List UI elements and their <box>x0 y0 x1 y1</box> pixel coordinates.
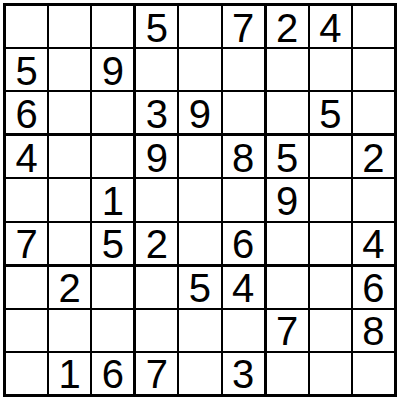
cell-r6c9: 4 <box>353 223 394 264</box>
cell-r6c4: 2 <box>136 223 177 264</box>
cell-r4c3[interactable] <box>92 136 133 177</box>
cell-r2c7[interactable] <box>267 49 308 90</box>
given-digit: 5 <box>276 138 298 178</box>
cell-r6c8[interactable] <box>310 223 351 264</box>
cell-r3c8: 5 <box>310 92 351 133</box>
given-digit: 4 <box>319 8 341 48</box>
cell-r1c4: 5 <box>136 6 177 47</box>
cell-r9c5[interactable] <box>179 353 220 394</box>
cell-r4c4: 9 <box>136 136 177 177</box>
given-digit: 6 <box>232 224 254 264</box>
given-digit: 2 <box>276 8 298 48</box>
cell-r3c6[interactable] <box>223 92 264 133</box>
given-digit: 4 <box>15 138 37 178</box>
given-digit: 5 <box>319 94 341 134</box>
cell-r9c2: 1 <box>49 353 90 394</box>
cell-r1c1[interactable] <box>6 6 47 47</box>
cell-r5c5[interactable] <box>179 179 220 220</box>
cell-r7c6: 4 <box>223 267 264 308</box>
cell-r8c6[interactable] <box>223 310 264 351</box>
given-digit: 2 <box>146 224 168 264</box>
cell-r7c4[interactable] <box>136 267 177 308</box>
cell-r5c7: 9 <box>267 179 308 220</box>
given-digit: 8 <box>362 311 384 351</box>
cell-r7c7[interactable] <box>267 267 308 308</box>
cell-r8c5[interactable] <box>179 310 220 351</box>
cell-r8c3[interactable] <box>92 310 133 351</box>
cell-r6c7[interactable] <box>267 223 308 264</box>
cell-r3c9[interactable] <box>353 92 394 133</box>
cell-r4c9: 2 <box>353 136 394 177</box>
given-digit: 4 <box>362 224 384 264</box>
cell-r2c5[interactable] <box>179 49 220 90</box>
cell-r1c8: 4 <box>310 6 351 47</box>
cell-r3c7[interactable] <box>267 92 308 133</box>
given-digit: 3 <box>232 354 254 394</box>
cell-r5c3: 1 <box>92 179 133 220</box>
given-digit: 6 <box>15 94 37 134</box>
cell-r9c4: 7 <box>136 353 177 394</box>
given-digit: 5 <box>102 224 124 264</box>
cell-r5c8[interactable] <box>310 179 351 220</box>
given-digit: 7 <box>276 311 298 351</box>
cell-r5c4[interactable] <box>136 179 177 220</box>
cell-r9c3: 6 <box>92 353 133 394</box>
cell-r6c3: 5 <box>92 223 133 264</box>
given-digit: 3 <box>146 94 168 134</box>
given-digit: 2 <box>59 268 81 308</box>
given-digit: 9 <box>146 138 168 178</box>
cell-r7c5: 5 <box>179 267 220 308</box>
cell-r4c5[interactable] <box>179 136 220 177</box>
cell-r9c9[interactable] <box>353 353 394 394</box>
cell-r6c1: 7 <box>6 223 47 264</box>
cell-r1c5[interactable] <box>179 6 220 47</box>
cell-r7c2: 2 <box>49 267 90 308</box>
cell-r4c2[interactable] <box>49 136 90 177</box>
cell-r8c4[interactable] <box>136 310 177 351</box>
given-digit: 7 <box>232 8 254 48</box>
cell-r1c2[interactable] <box>49 6 90 47</box>
cell-r3c3[interactable] <box>92 92 133 133</box>
cell-r8c7: 7 <box>267 310 308 351</box>
cell-r7c9: 6 <box>353 267 394 308</box>
cell-r5c1[interactable] <box>6 179 47 220</box>
cell-r2c1: 5 <box>6 49 47 90</box>
given-digit: 1 <box>59 354 81 394</box>
cell-r2c4[interactable] <box>136 49 177 90</box>
given-digit: 1 <box>102 181 124 221</box>
given-digit: 6 <box>362 268 384 308</box>
sudoku-page: 57245963954985219752642546781673 <box>0 0 400 400</box>
cell-r6c6: 6 <box>223 223 264 264</box>
sudoku-board: 57245963954985219752642546781673 <box>3 3 397 397</box>
cell-r3c2[interactable] <box>49 92 90 133</box>
cell-r2c8[interactable] <box>310 49 351 90</box>
given-digit: 5 <box>15 51 37 91</box>
cell-r4c7: 5 <box>267 136 308 177</box>
cell-r7c8[interactable] <box>310 267 351 308</box>
given-digit: 8 <box>232 138 254 178</box>
cell-r4c8[interactable] <box>310 136 351 177</box>
given-digit: 5 <box>189 268 211 308</box>
cell-r9c1[interactable] <box>6 353 47 394</box>
cell-r2c6[interactable] <box>223 49 264 90</box>
cell-r8c8[interactable] <box>310 310 351 351</box>
given-digit: 9 <box>189 94 211 134</box>
cell-r1c3[interactable] <box>92 6 133 47</box>
cell-r7c3[interactable] <box>92 267 133 308</box>
given-digit: 9 <box>102 51 124 91</box>
cell-r1c9[interactable] <box>353 6 394 47</box>
cell-r5c6[interactable] <box>223 179 264 220</box>
given-digit: 6 <box>102 354 124 394</box>
cell-r3c5: 9 <box>179 92 220 133</box>
cell-r9c8[interactable] <box>310 353 351 394</box>
cell-r5c9[interactable] <box>353 179 394 220</box>
cell-r1c7: 2 <box>267 6 308 47</box>
given-digit: 7 <box>146 354 168 394</box>
cell-r9c6: 3 <box>223 353 264 394</box>
given-digit: 7 <box>15 224 37 264</box>
cell-r4c6: 8 <box>223 136 264 177</box>
given-digit: 2 <box>362 138 384 178</box>
cell-r6c5[interactable] <box>179 223 220 264</box>
cell-r3c1: 6 <box>6 92 47 133</box>
cell-r2c3: 9 <box>92 49 133 90</box>
cell-r8c9: 8 <box>353 310 394 351</box>
cell-r6c2[interactable] <box>49 223 90 264</box>
cell-r2c2[interactable] <box>49 49 90 90</box>
cell-r4c1: 4 <box>6 136 47 177</box>
cell-r8c1[interactable] <box>6 310 47 351</box>
cell-r3c4: 3 <box>136 92 177 133</box>
cell-r7c1[interactable] <box>6 267 47 308</box>
cell-r1c6: 7 <box>223 6 264 47</box>
given-digit: 9 <box>276 181 298 221</box>
given-digit: 5 <box>146 8 168 48</box>
cell-r5c2[interactable] <box>49 179 90 220</box>
given-digit: 4 <box>232 268 254 308</box>
cell-r8c2[interactable] <box>49 310 90 351</box>
cell-r9c7[interactable] <box>267 353 308 394</box>
cell-r2c9[interactable] <box>353 49 394 90</box>
